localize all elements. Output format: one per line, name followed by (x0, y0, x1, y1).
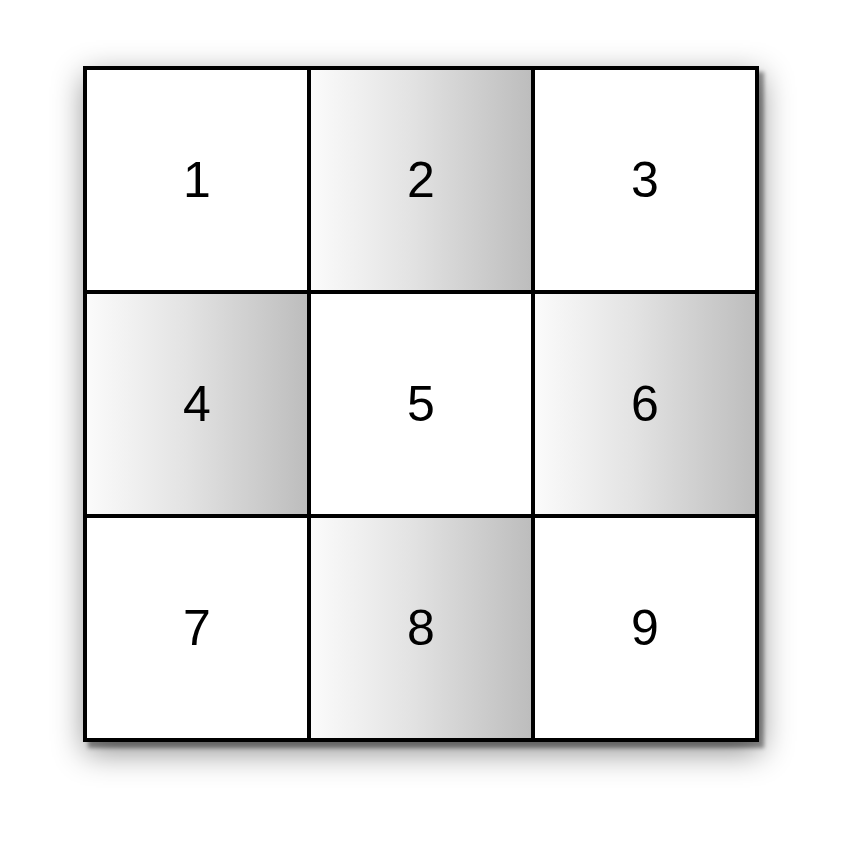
cell-number-5: 5 (407, 379, 435, 429)
grid-cell-2[interactable]: 2 (311, 70, 531, 290)
grid-cell-4[interactable]: 4 (87, 294, 307, 514)
cell-number-3: 3 (631, 155, 659, 205)
grid-cell-7[interactable]: 7 (87, 518, 307, 738)
cell-number-4: 4 (183, 379, 211, 429)
page-background: 1 2 3 4 5 6 7 8 9 (0, 0, 841, 841)
grid-cell-3[interactable]: 3 (535, 70, 755, 290)
grid-cell-5[interactable]: 5 (311, 294, 531, 514)
grid-cell-6[interactable]: 6 (535, 294, 755, 514)
grid-board: 1 2 3 4 5 6 7 8 9 (83, 66, 759, 742)
grid-cell-1[interactable]: 1 (87, 70, 307, 290)
grid-cell-8[interactable]: 8 (311, 518, 531, 738)
grid-cell-9[interactable]: 9 (535, 518, 755, 738)
cell-number-6: 6 (631, 379, 659, 429)
cell-number-2: 2 (407, 155, 435, 205)
cell-number-1: 1 (183, 155, 211, 205)
cell-number-7: 7 (183, 603, 211, 653)
cell-number-8: 8 (407, 603, 435, 653)
cell-number-9: 9 (631, 603, 659, 653)
